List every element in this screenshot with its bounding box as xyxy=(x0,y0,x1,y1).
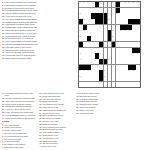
cell-number: 11 xyxy=(128,2,130,4)
cell-number: 57 xyxy=(128,70,130,72)
clue-item: 61. Came gently down to the ground xyxy=(2,117,37,119)
cell-number: 18 xyxy=(116,13,118,15)
clue-item: 46. Protective garment worn by the cook xyxy=(2,92,37,97)
cell-number: 4 xyxy=(91,2,92,4)
cell-number: 55 xyxy=(87,70,89,72)
cell-number: 14 xyxy=(79,7,81,9)
cell-number: 40 xyxy=(104,41,106,43)
cell-number: 32 xyxy=(120,30,122,32)
white-cell xyxy=(136,30,140,35)
cell-number: 60 xyxy=(104,76,106,78)
cell-number: 42 xyxy=(79,47,81,49)
cell-number: 22 xyxy=(79,24,81,26)
cell-number: 37 xyxy=(112,36,114,38)
cell-number: 35 xyxy=(79,36,81,38)
clue-item: 60. Line of stitches made by a needle xyxy=(2,114,37,116)
bottom-clue-columns: 46. Protective garment worn by the cook4… xyxy=(2,92,148,149)
cell-number: 50 xyxy=(108,59,110,61)
white-cell xyxy=(136,36,140,41)
cell-number: 26 xyxy=(104,24,106,26)
clue-item: 9. Brew with a bitter bite xyxy=(2,146,37,148)
cell-number: 9 xyxy=(120,2,121,4)
cell-number: 58 xyxy=(132,70,134,72)
cell-number: 49 xyxy=(79,59,81,61)
cell-number: 48 xyxy=(136,53,138,55)
across-clue-list: 1. Fold of cloth pressed into a garment5… xyxy=(2,1,75,90)
cell-number: 7 xyxy=(108,2,109,4)
cell-number: 15 xyxy=(120,7,122,9)
white-cell xyxy=(136,70,140,75)
cell-number: 52 xyxy=(104,64,106,66)
cell-number: 53 xyxy=(79,70,81,72)
cell-number: 30 xyxy=(83,30,85,32)
cell-number: 1 xyxy=(79,2,80,4)
cell-number: 19 xyxy=(83,19,85,21)
cell-number: 46 xyxy=(100,53,102,55)
clue-item: 58. Noah's big boat xyxy=(76,112,111,114)
clue-item: 45. Single sheet of window glass xyxy=(2,57,75,59)
cell-number: 47 xyxy=(132,53,134,55)
cell-number: 45 xyxy=(79,53,81,55)
white-cell xyxy=(136,59,140,64)
cell-number: 24 xyxy=(96,24,98,26)
cell-number: 29 xyxy=(79,30,81,32)
white-cell xyxy=(136,65,140,70)
cell-number: 38 xyxy=(83,41,85,43)
cell-number: 54 xyxy=(83,70,85,72)
white-cell: 48 xyxy=(136,53,140,58)
cell-number: 16 xyxy=(79,13,81,15)
clue-item: 44. One ear of corn xyxy=(39,145,74,147)
cell-number: 5 xyxy=(100,2,101,4)
white-cell xyxy=(136,42,140,47)
cell-number: 23 xyxy=(87,24,89,26)
cell-number: 51 xyxy=(91,64,93,66)
cell-number: 25 xyxy=(100,24,102,26)
cell-number: 28 xyxy=(136,24,138,26)
down-heading: DOWN xyxy=(2,120,37,123)
cell-number: 2 xyxy=(83,2,84,4)
cell-number: 31 xyxy=(112,30,114,32)
white-cell xyxy=(136,82,140,87)
cell-number: 12 xyxy=(132,2,134,4)
white-cell xyxy=(136,76,140,81)
cell-number: 8 xyxy=(112,2,113,4)
clue-item: 50. Main meal served near sundown xyxy=(2,100,37,102)
white-cell xyxy=(136,13,140,18)
cell-number: 59 xyxy=(79,76,81,78)
white-cell xyxy=(136,8,140,13)
cell-number: 36 xyxy=(91,36,93,38)
white-cell: 28 xyxy=(136,25,140,30)
cell-number: 61 xyxy=(79,81,81,83)
cell-number: 39 xyxy=(87,41,89,43)
cell-number: 56 xyxy=(104,70,106,72)
cell-number: 3 xyxy=(87,2,88,4)
cell-number: 21 xyxy=(108,19,110,21)
white-cell: 13 xyxy=(136,2,140,7)
cell-number: 6 xyxy=(104,2,105,4)
cell-number: 20 xyxy=(91,19,93,21)
cell-number: 33 xyxy=(124,30,126,32)
cell-number: 43 xyxy=(100,47,102,49)
cell-number: 17 xyxy=(108,13,110,15)
cell-number: 10 xyxy=(124,2,126,4)
cell-number: 27 xyxy=(132,24,134,26)
cell-number: 41 xyxy=(116,41,118,43)
cell-number: 13 xyxy=(136,2,138,4)
crossword-grid: 1234567891011121314151617181920212223242… xyxy=(78,1,141,88)
cell-number: 44 xyxy=(112,47,114,49)
cell-number: 34 xyxy=(128,30,130,32)
